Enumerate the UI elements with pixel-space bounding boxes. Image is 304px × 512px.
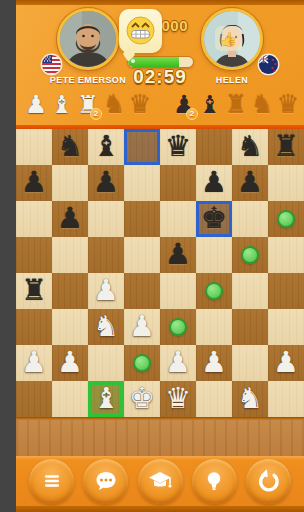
graduation-cap-icon <box>147 468 173 494</box>
captured-white-bishop: ♝ <box>49 86 75 120</box>
white-bishop-glyph: ♝ <box>51 90 73 120</box>
us-flag-icon <box>42 55 61 74</box>
white-pawn-a2: ♟ <box>16 345 52 381</box>
captured-white-pawn: ♟ <box>23 86 49 120</box>
grimacing-emoji-icon <box>126 16 155 45</box>
square-c3[interactable]: ♞ <box>88 309 124 345</box>
square-h4[interactable] <box>268 273 304 309</box>
white-pawn-e2: ♟ <box>160 345 196 381</box>
square-d7[interactable] <box>124 165 160 201</box>
game-timer: 02:59 <box>110 66 210 88</box>
captured-white-rook: ♜2 <box>75 86 101 120</box>
black-knight-g8: ♞ <box>232 129 268 165</box>
captured-black-pawn: ♟2 <box>171 86 197 120</box>
white-pawn-f2: ♟ <box>196 345 232 381</box>
captured-knight-slot: ♞ <box>249 86 275 120</box>
square-b3[interactable] <box>52 309 88 345</box>
white-knight-c3: ♞ <box>88 309 124 345</box>
square-a3[interactable] <box>16 309 52 345</box>
white-queen-e1: ♛ <box>160 381 196 417</box>
square-a7[interactable]: ♟ <box>16 165 52 201</box>
move-hint-dot-f4[interactable] <box>205 282 223 300</box>
square-g4[interactable] <box>232 273 268 309</box>
square-f3[interactable] <box>196 309 232 345</box>
square-b7[interactable] <box>52 165 88 201</box>
white-pawn-d3: ♟ <box>124 309 160 345</box>
captured-queen-slot: ♛ <box>275 86 301 120</box>
square-a8[interactable] <box>16 129 52 165</box>
square-c2[interactable] <box>88 345 124 381</box>
square-a5[interactable] <box>16 237 52 273</box>
square-b4[interactable] <box>52 273 88 309</box>
square-g2[interactable] <box>232 345 268 381</box>
black-rook-h8: ♜ <box>268 129 304 165</box>
square-c7[interactable]: ♟ <box>88 165 124 201</box>
top-strip <box>16 0 304 5</box>
square-b8[interactable]: ♞ <box>52 129 88 165</box>
square-e4[interactable] <box>160 273 196 309</box>
square-h5[interactable] <box>268 237 304 273</box>
square-a4[interactable]: ♜ <box>16 273 52 309</box>
square-g3[interactable] <box>232 309 268 345</box>
square-a1[interactable] <box>16 381 52 417</box>
wood-strip <box>16 420 304 456</box>
square-g5[interactable] <box>232 237 268 273</box>
square-f2[interactable]: ♟ <box>196 345 232 381</box>
square-d3[interactable]: ♟ <box>124 309 160 345</box>
square-h7[interactable] <box>268 165 304 201</box>
captured-knight-slot: ♞ <box>101 86 127 120</box>
black-bishop-glyph: ♝ <box>199 90 221 120</box>
move-hint-dot-h6[interactable] <box>277 210 295 228</box>
black-queen-e8: ♛ <box>160 129 196 165</box>
hint-button[interactable] <box>192 459 237 504</box>
square-g7[interactable]: ♟ <box>232 165 268 201</box>
bottom-toolbar <box>16 456 304 506</box>
black-pawn-e5: ♟ <box>160 237 196 273</box>
square-g1[interactable]: ♞ <box>232 381 268 417</box>
white-pawn-glyph: ♟ <box>25 90 47 120</box>
rook-slot-glyph: ♜ <box>225 90 247 120</box>
square-c5[interactable] <box>88 237 124 273</box>
square-d8[interactable] <box>124 129 160 165</box>
move-hint-dot-g5[interactable] <box>241 246 259 264</box>
square-c1[interactable]: ♝ <box>88 381 124 417</box>
emoji-chat-bubble <box>119 9 162 53</box>
captured-black-bishop: ♝ <box>197 86 223 120</box>
menu-button[interactable] <box>29 459 74 504</box>
square-f7[interactable]: ♟ <box>196 165 232 201</box>
square-e7[interactable] <box>160 165 196 201</box>
square-f4[interactable] <box>196 273 232 309</box>
hamburger-menu-icon <box>41 470 63 492</box>
square-c8[interactable]: ♝ <box>88 129 124 165</box>
square-g6[interactable] <box>232 201 268 237</box>
square-e8[interactable]: ♛ <box>160 129 196 165</box>
square-a2[interactable]: ♟ <box>16 345 52 381</box>
square-d5[interactable] <box>124 237 160 273</box>
captured-tray-white: ♟♝♜2♞♛ <box>23 86 153 120</box>
nz-flag-icon <box>259 55 278 74</box>
chess-app-screen: PETE EMERSON <box>16 0 304 512</box>
pete-portrait <box>60 11 116 67</box>
square-c4[interactable]: ♟ <box>88 273 124 309</box>
captured-rook-slot: ♜ <box>223 86 249 120</box>
black-rook-a4: ♜ <box>16 273 52 309</box>
square-b5[interactable] <box>52 237 88 273</box>
white-pawn-c4: ♟ <box>88 273 124 309</box>
black-pawn-b6: ♟ <box>52 201 88 237</box>
learn-button[interactable] <box>138 459 183 504</box>
square-g8[interactable]: ♞ <box>232 129 268 165</box>
black-king-f6: ♚ <box>196 201 232 237</box>
square-c6[interactable] <box>88 201 124 237</box>
square-d4[interactable] <box>124 273 160 309</box>
square-e1[interactable]: ♛ <box>160 381 196 417</box>
square-f5[interactable] <box>196 237 232 273</box>
square-b1[interactable] <box>52 381 88 417</box>
square-e6[interactable] <box>160 201 196 237</box>
move-hint-dot-e3[interactable] <box>169 318 187 336</box>
square-h8[interactable]: ♜ <box>268 129 304 165</box>
chat-button[interactable] <box>83 459 128 504</box>
thumbs-up-icon: 👍 <box>220 31 237 47</box>
black-knight-b8: ♞ <box>52 129 88 165</box>
move-hint-dot-d2[interactable] <box>133 354 151 372</box>
captured-queen-slot: ♛ <box>127 86 153 120</box>
undo-button[interactable] <box>246 459 291 504</box>
square-h3[interactable] <box>268 309 304 345</box>
white-knight-g1: ♞ <box>232 381 268 417</box>
knight-slot-glyph: ♞ <box>103 90 125 120</box>
square-a6[interactable] <box>16 201 52 237</box>
square-f6[interactable]: ♚ <box>196 201 232 237</box>
square-e2[interactable]: ♟ <box>160 345 196 381</box>
black-pawn-f7: ♟ <box>196 165 232 201</box>
captured-tray-black: ♟2♝♜♞♛ <box>171 86 301 120</box>
queen-slot-glyph: ♛ <box>277 90 299 120</box>
knight-slot-glyph: ♞ <box>251 90 273 120</box>
square-e5[interactable]: ♟ <box>160 237 196 273</box>
white-bishop-c1: ♝ <box>88 381 124 417</box>
white-pawn-b2: ♟ <box>52 345 88 381</box>
white-pawn-h2: ♟ <box>268 345 304 381</box>
square-b2[interactable]: ♟ <box>52 345 88 381</box>
black-pawn-a7: ♟ <box>16 165 52 201</box>
white-king-d1: ♚ <box>124 381 160 417</box>
square-d1[interactable]: ♚ <box>124 381 160 417</box>
square-b6[interactable]: ♟ <box>52 201 88 237</box>
square-d6[interactable] <box>124 201 160 237</box>
avatar-left-player[interactable] <box>57 8 119 70</box>
square-e3[interactable] <box>160 309 196 345</box>
black-pawn-c7: ♟ <box>88 165 124 201</box>
thumbs-up-reaction-bubble: 👍 <box>215 26 242 51</box>
queen-slot-glyph: ♛ <box>129 90 151 120</box>
chat-bubble-icon <box>94 469 118 493</box>
square-h2[interactable]: ♟ <box>268 345 304 381</box>
black-bishop-c8: ♝ <box>88 129 124 165</box>
square-f8[interactable] <box>196 129 232 165</box>
square-f1[interactable] <box>196 381 232 417</box>
black-pawn-g7: ♟ <box>232 165 268 201</box>
square-h6[interactable] <box>268 201 304 237</box>
chess-board: ♞♝♛♞♜♟♟♟♟♟♚♟♜♟♞♟♟♟♟♟♟♝♚♛♞ <box>16 129 304 417</box>
square-d2[interactable] <box>124 345 160 381</box>
bottom-edge-strip <box>16 506 304 512</box>
square-h1[interactable] <box>268 381 304 417</box>
undo-arrow-icon <box>256 468 282 494</box>
light-bulb-icon <box>202 469 226 493</box>
